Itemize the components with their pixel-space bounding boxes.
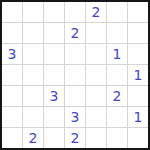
empty-cell-r5c2[interactable] — [23, 86, 43, 106]
empty-cell-r1c6[interactable] — [107, 2, 127, 22]
empty-cell-r1c4[interactable] — [65, 2, 85, 22]
empty-cell-r6c2[interactable] — [23, 107, 43, 127]
empty-cell-r1c2[interactable] — [23, 2, 43, 22]
empty-cell-r4c4[interactable] — [65, 65, 85, 85]
empty-cell-r2c2[interactable] — [23, 23, 43, 43]
empty-cell-r3c3[interactable] — [44, 44, 64, 64]
empty-cell-r1c3[interactable] — [44, 2, 64, 22]
empty-cell-r3c2[interactable] — [23, 44, 43, 64]
empty-cell-r5c1[interactable] — [2, 86, 22, 106]
clue-cell-r1c5: 2 — [86, 2, 106, 22]
empty-cell-r2c6[interactable] — [107, 23, 127, 43]
clue-cell-r5c3: 3 — [44, 86, 64, 106]
clue-cell-r2c4: 2 — [65, 23, 85, 43]
empty-cell-r6c1[interactable] — [2, 107, 22, 127]
empty-cell-r3c5[interactable] — [86, 44, 106, 64]
clue-cell-r6c7: 1 — [128, 107, 148, 127]
empty-cell-r3c7[interactable] — [128, 44, 148, 64]
clue-cell-r4c7: 1 — [128, 65, 148, 85]
empty-cell-r5c5[interactable] — [86, 86, 106, 106]
empty-cell-r4c1[interactable] — [2, 65, 22, 85]
empty-cell-r4c3[interactable] — [44, 65, 64, 85]
puzzle-board: 22311323122 — [0, 0, 150, 150]
empty-cell-r4c2[interactable] — [23, 65, 43, 85]
clue-cell-r5c6: 2 — [107, 86, 127, 106]
empty-cell-r2c5[interactable] — [86, 23, 106, 43]
empty-cell-r6c3[interactable] — [44, 107, 64, 127]
empty-cell-r6c6[interactable] — [107, 107, 127, 127]
empty-cell-r7c5[interactable] — [86, 128, 106, 148]
empty-cell-r6c5[interactable] — [86, 107, 106, 127]
clue-cell-r7c4: 2 — [65, 128, 85, 148]
empty-cell-r4c6[interactable] — [107, 65, 127, 85]
empty-cell-r5c7[interactable] — [128, 86, 148, 106]
empty-cell-r2c3[interactable] — [44, 23, 64, 43]
clue-cell-r7c2: 2 — [23, 128, 43, 148]
empty-cell-r1c7[interactable] — [128, 2, 148, 22]
empty-cell-r7c1[interactable] — [2, 128, 22, 148]
clue-cell-r6c4: 3 — [65, 107, 85, 127]
empty-cell-r7c7[interactable] — [128, 128, 148, 148]
empty-cell-r7c3[interactable] — [44, 128, 64, 148]
clue-cell-r3c1: 3 — [2, 44, 22, 64]
clue-cell-r3c6: 1 — [107, 44, 127, 64]
empty-cell-r1c1[interactable] — [2, 2, 22, 22]
empty-cell-r5c4[interactable] — [65, 86, 85, 106]
empty-cell-r2c7[interactable] — [128, 23, 148, 43]
empty-cell-r7c6[interactable] — [107, 128, 127, 148]
empty-cell-r3c4[interactable] — [65, 44, 85, 64]
empty-cell-r4c5[interactable] — [86, 65, 106, 85]
empty-cell-r2c1[interactable] — [2, 23, 22, 43]
